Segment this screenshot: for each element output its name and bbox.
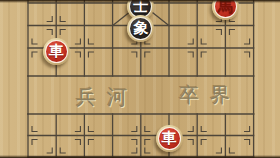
river-label-right: 卒界 [179, 84, 241, 106]
bottom-edge-shadow [0, 155, 280, 158]
piece-glyph: 車 [45, 40, 68, 63]
top-edge-shadow [0, 0, 280, 3]
river-label-left: 兵河 [76, 86, 138, 108]
piece-glyph: 象 [129, 17, 152, 40]
piece-red-chariot-bottom[interactable]: 車 [156, 125, 183, 152]
xiangqi-board[interactable]: 兵河 卒界 士象馬車車 [0, 0, 280, 158]
piece-glyph: 車 [158, 127, 181, 150]
piece-red-chariot-left[interactable]: 車 [43, 38, 70, 65]
